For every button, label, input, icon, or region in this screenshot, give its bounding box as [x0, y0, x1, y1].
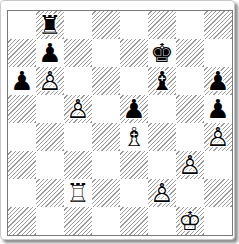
square-f1	[148, 207, 176, 235]
square-c1	[64, 207, 92, 235]
square-g3: ♙	[176, 151, 204, 179]
square-h6: ♟	[204, 67, 232, 95]
white-pawn: ♙	[38, 67, 61, 95]
square-e2	[120, 179, 148, 207]
black-pawn: ♟	[38, 39, 61, 67]
square-b8: ♜	[36, 11, 64, 39]
square-d3	[92, 151, 120, 179]
square-e6	[120, 67, 148, 95]
black-king: ♚	[150, 39, 173, 67]
square-h4: ♙	[204, 123, 232, 151]
black-bishop: ♝	[150, 67, 173, 95]
square-h2	[204, 179, 232, 207]
square-h8	[204, 11, 232, 39]
square-a1	[8, 207, 36, 235]
square-c7	[64, 39, 92, 67]
square-b3	[36, 151, 64, 179]
square-e5: ♟	[120, 95, 148, 123]
square-f2: ♙	[148, 179, 176, 207]
square-g4	[176, 123, 204, 151]
square-a6: ♟	[8, 67, 36, 95]
square-f4	[148, 123, 176, 151]
square-g7	[176, 39, 204, 67]
square-b5	[36, 95, 64, 123]
square-c2: ♖	[64, 179, 92, 207]
square-g6	[176, 67, 204, 95]
square-a7	[8, 39, 36, 67]
square-d2	[92, 179, 120, 207]
square-d8	[92, 11, 120, 39]
diagram-card: ♜♟♚♟♙♝♟♙♟♟♗♙♙♖♙♔	[0, 0, 235, 240]
square-a5	[8, 95, 36, 123]
square-g2	[176, 179, 204, 207]
white-pawn: ♙	[178, 151, 201, 179]
square-h7	[204, 39, 232, 67]
square-a2	[8, 179, 36, 207]
square-f5	[148, 95, 176, 123]
square-d5	[92, 95, 120, 123]
square-d4	[92, 123, 120, 151]
square-e7	[120, 39, 148, 67]
square-e4: ♗	[120, 123, 148, 151]
square-d1	[92, 207, 120, 235]
square-h5: ♟	[204, 95, 232, 123]
square-a4	[8, 123, 36, 151]
square-f7: ♚	[148, 39, 176, 67]
square-d7	[92, 39, 120, 67]
chess-board: ♜♟♚♟♙♝♟♙♟♟♗♙♙♖♙♔	[7, 10, 233, 236]
square-e1	[120, 207, 148, 235]
square-b4	[36, 123, 64, 151]
square-a3	[8, 151, 36, 179]
square-b6: ♙	[36, 67, 64, 95]
square-f6: ♝	[148, 67, 176, 95]
square-c8	[64, 11, 92, 39]
square-e3	[120, 151, 148, 179]
page: ♜♟♚♟♙♝♟♙♟♟♗♙♙♖♙♔	[0, 0, 239, 244]
square-g1: ♔	[176, 207, 204, 235]
square-h3	[204, 151, 232, 179]
square-a8	[8, 11, 36, 39]
white-pawn: ♙	[66, 95, 89, 123]
black-rook: ♜	[38, 11, 61, 39]
square-f8	[148, 11, 176, 39]
black-pawn: ♟	[206, 67, 229, 95]
square-c4	[64, 123, 92, 151]
square-c3	[64, 151, 92, 179]
white-rook: ♖	[66, 179, 89, 207]
square-e8	[120, 11, 148, 39]
square-f3	[148, 151, 176, 179]
square-d6	[92, 67, 120, 95]
black-pawn: ♟	[122, 95, 145, 123]
white-pawn: ♙	[206, 123, 229, 151]
white-pawn: ♙	[150, 179, 173, 207]
black-pawn: ♟	[10, 67, 33, 95]
square-b7: ♟	[36, 39, 64, 67]
white-king: ♔	[178, 207, 201, 235]
black-pawn: ♟	[206, 95, 229, 123]
square-b1	[36, 207, 64, 235]
white-bishop: ♗	[122, 123, 145, 151]
square-g8	[176, 11, 204, 39]
square-c6	[64, 67, 92, 95]
square-h1	[204, 207, 232, 235]
square-c5: ♙	[64, 95, 92, 123]
square-b2	[36, 179, 64, 207]
square-g5	[176, 95, 204, 123]
